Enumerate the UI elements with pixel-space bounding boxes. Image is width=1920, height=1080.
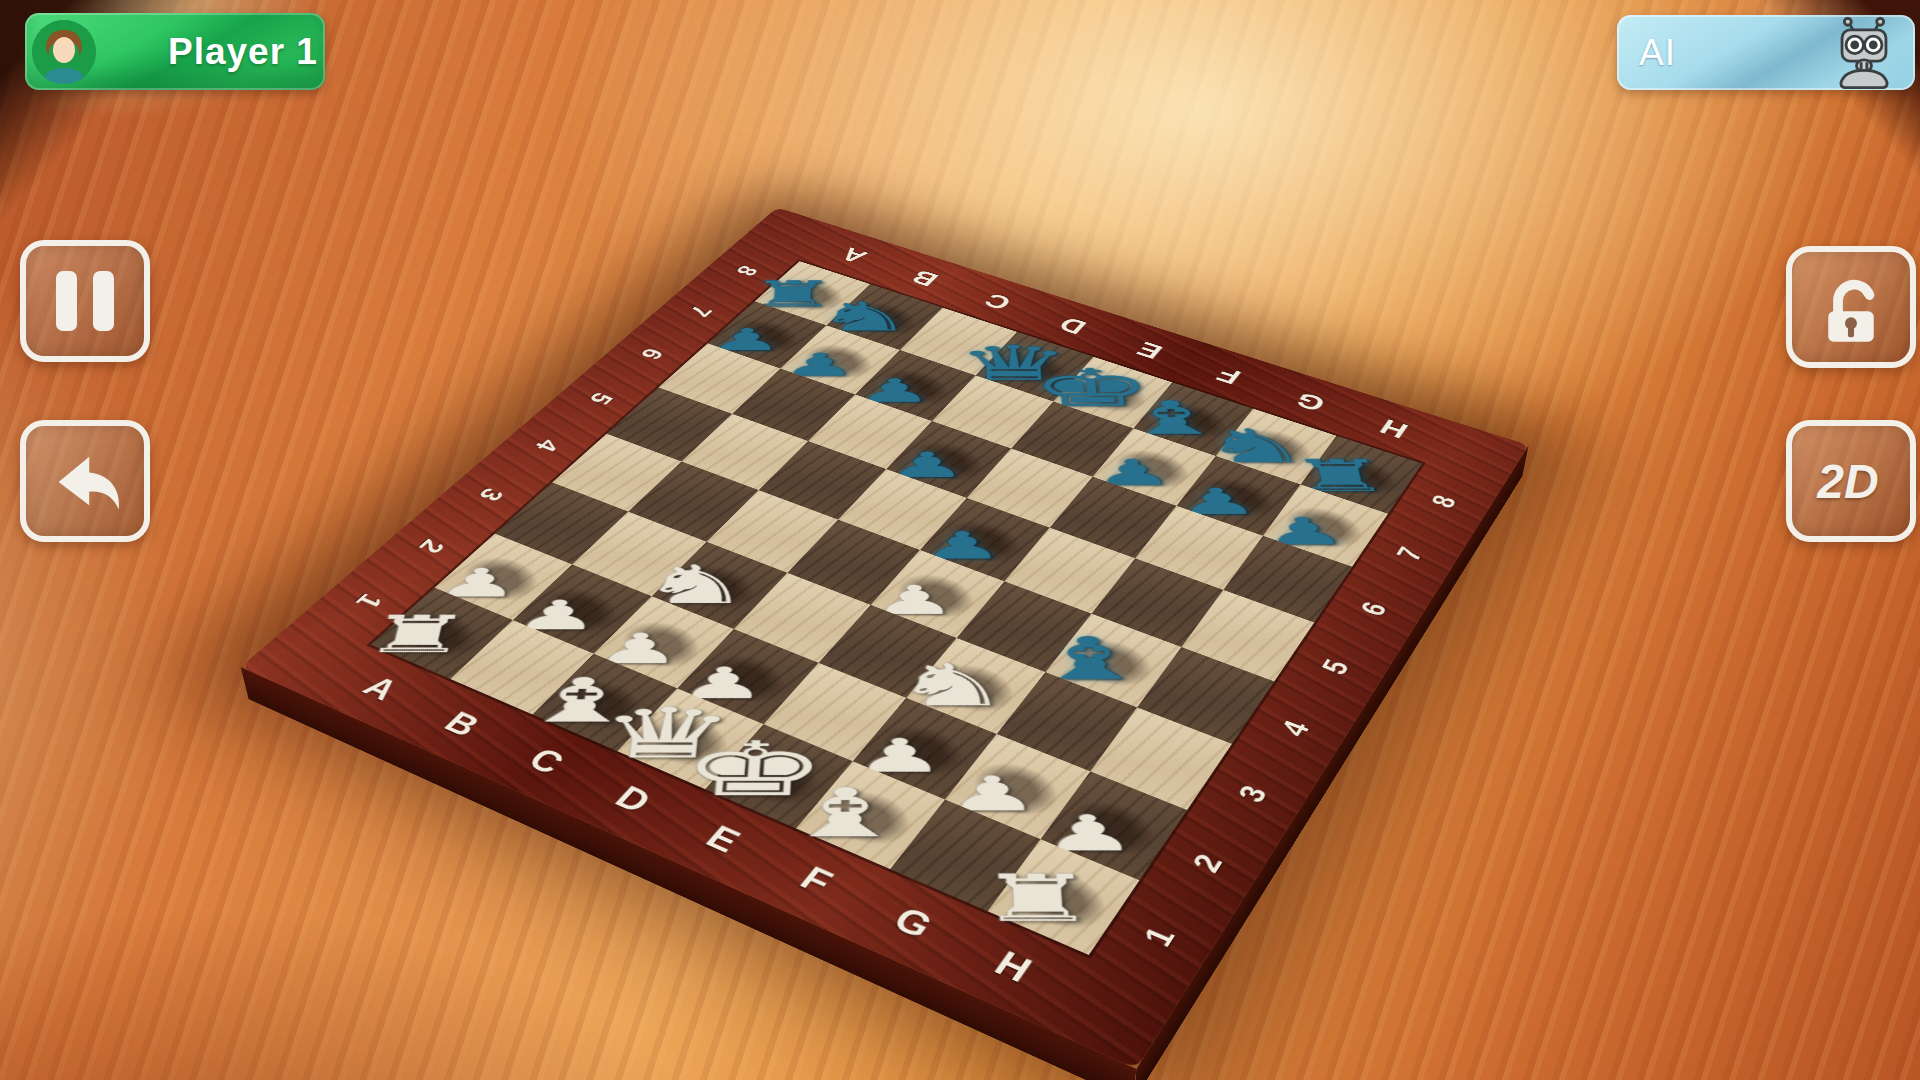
piece-shadow [692, 646, 799, 713]
square-h2[interactable]: ♟ [1041, 771, 1188, 880]
board-squares: ♜♞♛♚♝♞♜♟♟♟♟♟♟♟♟♟♝♞♞♟♟♟♟♟♟♟♜♝♛♚♝♜ [371, 261, 1422, 955]
piece-black-rook[interactable]: ♜ [1287, 454, 1395, 498]
square-b1[interactable] [450, 620, 593, 714]
ai-name: AI [1639, 32, 1676, 74]
piece-white-queen[interactable]: ♛ [592, 699, 739, 769]
piece-shadow [548, 671, 656, 739]
piece-white-king[interactable]: ♚ [677, 732, 830, 807]
square-c1[interactable]: ♝ [532, 654, 677, 751]
piece-shadow [609, 612, 714, 677]
rank-label-right-5: 5 [1315, 655, 1358, 679]
open-padlock-icon [1812, 268, 1890, 346]
square-f3[interactable]: ♞ [906, 638, 1045, 734]
piece-black-pawn[interactable]: ♟ [856, 374, 933, 406]
file-label-near-A: A [355, 670, 407, 707]
square-a1[interactable]: ♜ [371, 588, 513, 679]
piece-white-knight[interactable]: ♞ [636, 558, 755, 611]
square-d1[interactable]: ♛ [617, 688, 763, 789]
piece-white-rook[interactable]: ♜ [977, 867, 1100, 932]
file-label-near-E: E [698, 819, 749, 860]
piece-black-pawn[interactable]: ♟ [921, 527, 1004, 565]
piece-black-pawn[interactable]: ♟ [781, 349, 858, 380]
piece-black-pawn[interactable]: ♟ [1260, 513, 1349, 550]
rank-label-left-2: 2 [411, 536, 451, 558]
square-b2[interactable]: ♟ [513, 564, 652, 653]
file-label-near-H: H [987, 944, 1041, 991]
file-label-near-D: D [607, 780, 660, 821]
piece-white-pawn[interactable]: ♟ [677, 662, 769, 705]
square-e3[interactable] [819, 605, 957, 698]
piece-white-bishop[interactable]: ♝ [513, 670, 646, 731]
piece-black-pawn[interactable]: ♟ [708, 324, 785, 354]
piece-white-bishop[interactable]: ♝ [778, 780, 910, 848]
piece-white-rook[interactable]: ♜ [358, 609, 477, 660]
square-d2[interactable]: ♟ [677, 629, 818, 724]
square-f1[interactable]: ♝ [796, 761, 945, 869]
piece-shadow [1059, 630, 1163, 696]
file-label-near-B: B [436, 706, 488, 744]
square-h3[interactable] [1090, 707, 1232, 810]
piece-shadow [528, 580, 632, 643]
square-g1[interactable] [890, 800, 1040, 912]
undo-arrow-icon [47, 443, 123, 519]
view-2d-button[interactable]: 2D [1786, 420, 1916, 542]
square-d3[interactable] [734, 573, 871, 663]
piece-white-pawn[interactable]: ♟ [872, 580, 957, 620]
piece-black-pawn[interactable]: ♟ [887, 448, 967, 483]
file-label-far-H: H [1374, 414, 1413, 443]
rank-label-left-7: 7 [682, 303, 717, 320]
chess-board: ♜♞♛♚♝♞♜♟♟♟♟♟♟♟♟♟♝♞♞♟♟♟♟♟♟♟♜♝♛♚♝♜ AABBCCD… [241, 207, 1529, 1069]
piece-white-pawn[interactable]: ♟ [1040, 809, 1138, 858]
piece-black-pawn[interactable]: ♟ [1092, 455, 1175, 490]
piece-white-pawn[interactable]: ♟ [946, 770, 1040, 818]
piece-white-pawn[interactable]: ♟ [432, 563, 524, 602]
piece-shadow [921, 655, 1027, 722]
file-label-far-F: F [1211, 362, 1247, 388]
square-h5[interactable] [1181, 590, 1314, 682]
piece-shadow [812, 780, 925, 856]
piece-shadow [960, 752, 1071, 826]
rank-label-left-3: 3 [471, 484, 510, 505]
undo-button[interactable] [20, 420, 150, 542]
square-g3[interactable] [997, 672, 1137, 771]
square-e1[interactable]: ♚ [705, 724, 853, 828]
square-c3[interactable]: ♞ [652, 542, 788, 629]
view-2d-label: 2D [1817, 454, 1884, 509]
piece-black-bishop[interactable]: ♝ [1028, 630, 1154, 689]
person-avatar-icon [32, 20, 96, 84]
file-label-near-F: F [792, 860, 841, 902]
square-g2[interactable]: ♟ [945, 734, 1090, 839]
rank-label-right-4: 4 [1274, 716, 1318, 742]
square-e4[interactable]: ♟ [871, 550, 1005, 638]
player-badge-ai: AI [1617, 15, 1915, 90]
piece-shadow [633, 706, 743, 777]
rank-label-left-4: 4 [528, 436, 566, 456]
unlock-button[interactable] [1786, 246, 1916, 368]
square-f2[interactable]: ♟ [853, 698, 997, 800]
rank-label-left-6: 6 [633, 345, 669, 363]
piece-white-knight[interactable]: ♞ [892, 656, 1012, 714]
piece-shadow [885, 565, 987, 627]
piece-shadow [721, 742, 832, 815]
piece-white-pawn[interactable]: ♟ [511, 595, 603, 636]
rank-label-left-5: 5 [582, 389, 619, 408]
square-h1[interactable]: ♜ [988, 839, 1140, 955]
piece-black-knight[interactable]: ♞ [814, 297, 914, 337]
robot-avatar-icon [1827, 16, 1901, 90]
square-c2[interactable]: ♟ [594, 596, 734, 688]
rank-label-right-6: 6 [1354, 597, 1396, 620]
piece-shadow [1055, 790, 1168, 866]
rank-label-right-3: 3 [1231, 780, 1276, 807]
piece-black-pawn[interactable]: ♟ [1175, 483, 1261, 519]
rank-label-right-2: 2 [1185, 849, 1232, 878]
piece-shadow [868, 716, 977, 787]
file-label-far-B: B [905, 266, 944, 290]
file-label-far-C: C [978, 289, 1017, 314]
player-badge-white: Player 1 [25, 13, 325, 90]
square-g5[interactable] [1092, 558, 1224, 647]
square-e2[interactable] [764, 663, 907, 761]
piece-white-pawn[interactable]: ♟ [593, 628, 685, 670]
file-label-far-D: D [1053, 312, 1092, 337]
square-g4[interactable]: ♝ [1045, 614, 1181, 708]
player-name: Player 1 [168, 31, 318, 73]
file-label-near-G: G [885, 900, 941, 946]
square-h4[interactable] [1137, 647, 1274, 744]
rank-label-right-1: 1 [1136, 921, 1184, 952]
file-label-far-A: A [834, 243, 873, 267]
file-label-far-G: G [1290, 387, 1331, 415]
rank-label-right-7: 7 [1390, 543, 1431, 565]
rank-label-right-8: 8 [1425, 491, 1465, 512]
piece-shadow [1003, 859, 1119, 940]
pause-icon [56, 271, 114, 331]
pause-button[interactable] [20, 240, 150, 362]
piece-white-pawn[interactable]: ♟ [854, 733, 946, 779]
file-label-near-C: C [520, 742, 573, 781]
